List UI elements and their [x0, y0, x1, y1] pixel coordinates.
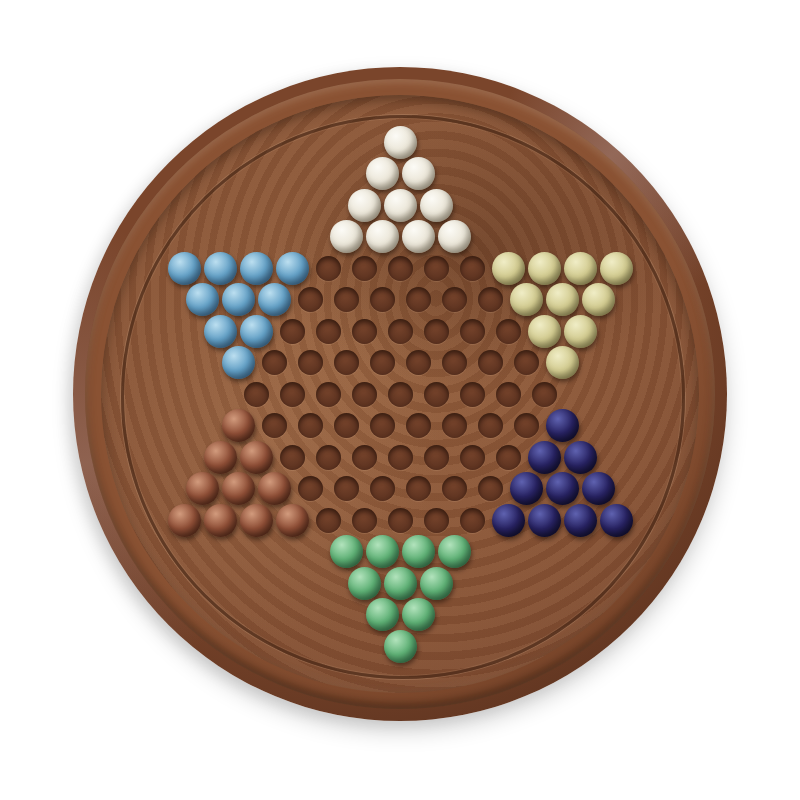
marble-brown[interactable]	[204, 441, 237, 474]
marble-green[interactable]	[348, 567, 381, 600]
marble-yellow[interactable]	[564, 315, 597, 348]
marble-yellow[interactable]	[600, 252, 633, 285]
hole-r7-c9[interactable]	[496, 319, 521, 344]
marble-light-blue[interactable]	[186, 283, 219, 316]
hole-r9-c1[interactable]	[244, 382, 269, 407]
hole-r5-c8[interactable]	[424, 256, 449, 281]
hole-r11-c4[interactable]	[316, 445, 341, 470]
hole-r12-c6[interactable]	[370, 476, 395, 501]
hole-r5-c5[interactable]	[316, 256, 341, 281]
hole-r8-c6[interactable]	[406, 350, 431, 375]
hole-r11-c3[interactable]	[280, 445, 305, 470]
hole-r5-c9[interactable]	[460, 256, 485, 281]
hole-r6-c7[interactable]	[406, 287, 431, 312]
marble-green[interactable]	[330, 535, 363, 568]
hole-r10-c5[interactable]	[370, 413, 395, 438]
hole-r8-c8[interactable]	[478, 350, 503, 375]
hole-r12-c8[interactable]	[442, 476, 467, 501]
marble-brown[interactable]	[222, 409, 255, 442]
marble-white[interactable]	[366, 157, 399, 190]
hole-r11-c7[interactable]	[424, 445, 449, 470]
marble-yellow[interactable]	[546, 346, 579, 379]
marble-dark-blue[interactable]	[564, 504, 597, 537]
marble-dark-blue[interactable]	[582, 472, 615, 505]
marble-white[interactable]	[384, 189, 417, 222]
hole-r13-c5[interactable]	[316, 508, 341, 533]
marble-yellow[interactable]	[510, 283, 543, 316]
marble-brown[interactable]	[168, 504, 201, 537]
hole-r10-c4[interactable]	[334, 413, 359, 438]
marble-yellow[interactable]	[564, 252, 597, 285]
hole-r8-c4[interactable]	[334, 350, 359, 375]
hole-r6-c8[interactable]	[442, 287, 467, 312]
hole-r7-c8[interactable]	[460, 319, 485, 344]
marble-dark-blue[interactable]	[546, 409, 579, 442]
hole-r10-c7[interactable]	[442, 413, 467, 438]
marble-green[interactable]	[438, 535, 471, 568]
marble-dark-blue[interactable]	[528, 504, 561, 537]
hole-r8-c3[interactable]	[298, 350, 323, 375]
marble-dark-blue[interactable]	[492, 504, 525, 537]
marble-brown[interactable]	[240, 441, 273, 474]
marble-white[interactable]	[420, 189, 453, 222]
marble-green[interactable]	[402, 598, 435, 631]
hole-r11-c9[interactable]	[496, 445, 521, 470]
hole-r6-c9[interactable]	[478, 287, 503, 312]
marble-light-blue[interactable]	[222, 346, 255, 379]
marble-dark-blue[interactable]	[510, 472, 543, 505]
marble-green[interactable]	[402, 535, 435, 568]
marble-yellow[interactable]	[528, 252, 561, 285]
hole-r9-c3[interactable]	[316, 382, 341, 407]
hole-r6-c6[interactable]	[370, 287, 395, 312]
hole-r7-c5[interactable]	[352, 319, 377, 344]
hole-r8-c5[interactable]	[370, 350, 395, 375]
hole-r11-c5[interactable]	[352, 445, 377, 470]
star-grid	[0, 0, 800, 800]
hole-r9-c8[interactable]	[496, 382, 521, 407]
hole-r5-c7[interactable]	[388, 256, 413, 281]
marble-light-blue[interactable]	[204, 315, 237, 348]
hole-r9-c9[interactable]	[532, 382, 557, 407]
marble-light-blue[interactable]	[240, 252, 273, 285]
marble-green[interactable]	[384, 630, 417, 663]
hole-r5-c6[interactable]	[352, 256, 377, 281]
marble-white[interactable]	[366, 220, 399, 253]
hole-r13-c6[interactable]	[352, 508, 377, 533]
hole-r8-c7[interactable]	[442, 350, 467, 375]
marble-dark-blue[interactable]	[600, 504, 633, 537]
hole-r10-c9[interactable]	[514, 413, 539, 438]
marble-brown[interactable]	[222, 472, 255, 505]
hole-r12-c5[interactable]	[334, 476, 359, 501]
hole-r9-c2[interactable]	[280, 382, 305, 407]
marble-dark-blue[interactable]	[528, 441, 561, 474]
marble-green[interactable]	[384, 567, 417, 600]
marble-light-blue[interactable]	[204, 252, 237, 285]
hole-r9-c4[interactable]	[352, 382, 377, 407]
marble-white[interactable]	[384, 126, 417, 159]
hole-r7-c7[interactable]	[424, 319, 449, 344]
hole-r9-c6[interactable]	[424, 382, 449, 407]
hole-r11-c6[interactable]	[388, 445, 413, 470]
hole-r9-c5[interactable]	[388, 382, 413, 407]
hole-r11-c8[interactable]	[460, 445, 485, 470]
marble-light-blue[interactable]	[276, 252, 309, 285]
hole-r9-c7[interactable]	[460, 382, 485, 407]
hole-r10-c8[interactable]	[478, 413, 503, 438]
marble-yellow[interactable]	[582, 283, 615, 316]
hole-r8-c9[interactable]	[514, 350, 539, 375]
hole-r7-c4[interactable]	[316, 319, 341, 344]
marble-dark-blue[interactable]	[546, 472, 579, 505]
hole-r10-c2[interactable]	[262, 413, 287, 438]
marble-white[interactable]	[402, 220, 435, 253]
hole-r12-c4[interactable]	[298, 476, 323, 501]
marble-dark-blue[interactable]	[564, 441, 597, 474]
hole-r6-c5[interactable]	[334, 287, 359, 312]
marble-light-blue[interactable]	[168, 252, 201, 285]
hole-r13-c9[interactable]	[460, 508, 485, 533]
marble-white[interactable]	[330, 220, 363, 253]
marble-yellow[interactable]	[492, 252, 525, 285]
marble-white[interactable]	[402, 157, 435, 190]
marble-brown[interactable]	[204, 504, 237, 537]
hole-r8-c2[interactable]	[262, 350, 287, 375]
hole-r12-c7[interactable]	[406, 476, 431, 501]
photo-background	[0, 0, 800, 800]
marble-yellow[interactable]	[546, 283, 579, 316]
marble-green[interactable]	[366, 535, 399, 568]
marble-brown[interactable]	[186, 472, 219, 505]
marble-light-blue[interactable]	[258, 283, 291, 316]
marble-yellow[interactable]	[528, 315, 561, 348]
marble-brown[interactable]	[276, 504, 309, 537]
marble-green[interactable]	[420, 567, 453, 600]
hole-r10-c6[interactable]	[406, 413, 431, 438]
marble-light-blue[interactable]	[240, 315, 273, 348]
hole-r6-c4[interactable]	[298, 287, 323, 312]
marble-green[interactable]	[366, 598, 399, 631]
marble-light-blue[interactable]	[222, 283, 255, 316]
hole-r13-c7[interactable]	[388, 508, 413, 533]
marble-brown[interactable]	[240, 504, 273, 537]
marble-white[interactable]	[438, 220, 471, 253]
hole-r12-c9[interactable]	[478, 476, 503, 501]
hole-r13-c8[interactable]	[424, 508, 449, 533]
hole-r7-c6[interactable]	[388, 319, 413, 344]
marble-white[interactable]	[348, 189, 381, 222]
hole-r7-c3[interactable]	[280, 319, 305, 344]
marble-brown[interactable]	[258, 472, 291, 505]
hole-r10-c3[interactable]	[298, 413, 323, 438]
